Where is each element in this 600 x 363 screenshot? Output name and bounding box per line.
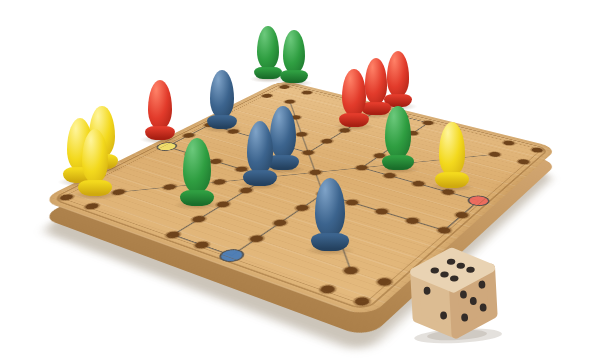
pawn-body — [365, 58, 388, 104]
pawn-body — [439, 122, 465, 175]
board-hole — [454, 211, 471, 219]
pawn-yellow-4[interactable] — [437, 122, 468, 189]
board-hole — [352, 296, 372, 307]
pawn-body — [387, 51, 410, 97]
pawn-green-2[interactable] — [282, 30, 307, 84]
board-hole — [318, 284, 338, 295]
start-field-blue — [215, 248, 247, 264]
pawn-body — [183, 138, 210, 193]
pawn-green-3[interactable] — [181, 138, 213, 207]
board-hole — [300, 90, 313, 95]
pawn-base — [382, 155, 415, 170]
scene — [0, 0, 600, 363]
board-hole — [271, 219, 289, 227]
pawn-base — [435, 172, 469, 188]
board-hole — [404, 217, 421, 225]
board-hole — [294, 204, 311, 212]
pawn-red-2[interactable] — [340, 69, 367, 128]
board-hole — [307, 169, 323, 176]
board-hole — [247, 234, 265, 243]
board-hole — [421, 120, 435, 126]
pawn-body — [247, 121, 273, 174]
pawn-body — [210, 70, 234, 118]
pawn-base — [339, 113, 369, 127]
board-hole — [301, 149, 316, 155]
board-hole — [283, 99, 297, 104]
pawn-green-1[interactable] — [256, 26, 281, 80]
start-field-red — [465, 194, 492, 207]
pawn-body — [315, 178, 344, 237]
pawn-base — [78, 180, 112, 196]
board-hole — [319, 138, 334, 144]
pawn-base — [207, 115, 237, 129]
board-hole — [373, 207, 390, 215]
board-hole — [341, 266, 360, 276]
board-hole — [354, 164, 370, 171]
pawn-green-4[interactable] — [383, 106, 413, 171]
pawn-body — [283, 30, 304, 73]
pawn-red-1[interactable] — [146, 80, 174, 141]
pawn-base — [254, 67, 281, 80]
pawn-base — [311, 233, 349, 251]
pawn-body — [257, 26, 278, 69]
pawn-blue-4[interactable] — [313, 178, 347, 252]
board-hole — [436, 226, 453, 235]
pawn-base — [243, 170, 277, 186]
pawn-base — [180, 190, 215, 207]
pawn-blue-2[interactable] — [245, 121, 276, 187]
board-hole — [260, 93, 274, 98]
board-hole — [375, 277, 394, 287]
die[interactable] — [401, 243, 510, 348]
pawn-body — [385, 106, 411, 158]
pawn-body — [342, 69, 365, 116]
pawn-body — [148, 80, 172, 129]
pawn-base — [145, 126, 176, 141]
pawn-yellow-3[interactable] — [79, 129, 110, 197]
pawn-blue-1[interactable] — [208, 70, 235, 130]
pawn-body — [82, 129, 109, 183]
pawn-base — [280, 70, 307, 83]
board-hole — [410, 180, 426, 187]
